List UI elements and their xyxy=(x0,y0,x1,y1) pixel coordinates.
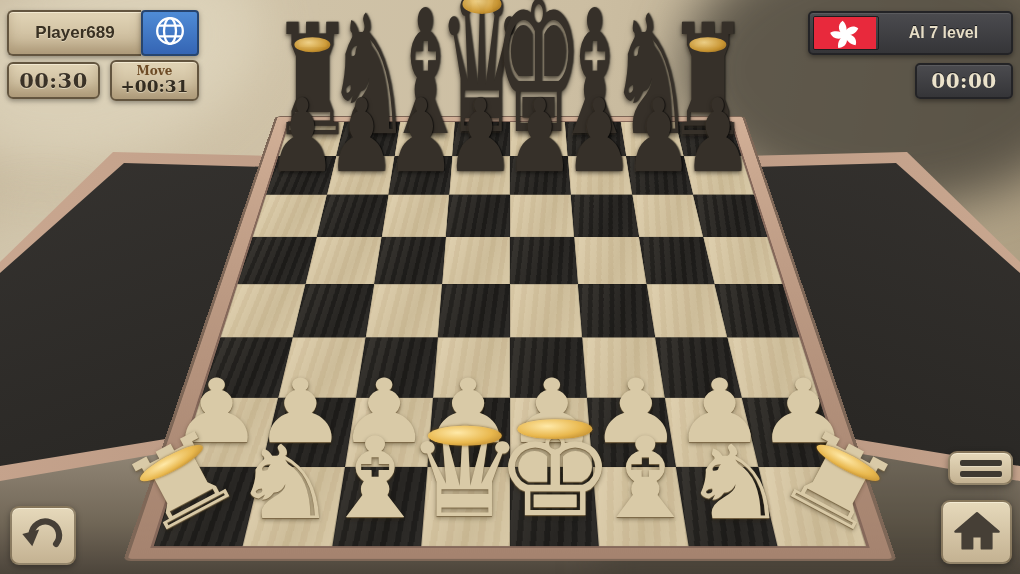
gold-crown xyxy=(518,419,593,439)
gold-crown xyxy=(428,426,502,446)
hong-kong-flag-icon xyxy=(813,16,879,50)
piece-black-pawn-h7[interactable]: ♟ xyxy=(683,108,753,182)
ai-name-box: AI 7 level xyxy=(879,16,1008,50)
gold-crown xyxy=(814,439,884,486)
undo-arrow-icon xyxy=(20,511,66,561)
white-clock-time: 00:30 xyxy=(19,68,88,93)
ai-player-panel: AI 7 level xyxy=(808,11,1013,55)
white-clock: 00:30 xyxy=(7,62,100,99)
player-name-box: Player689 xyxy=(7,10,141,56)
ai-clock: 00:00 xyxy=(915,63,1013,99)
white-player-panel: Player689 xyxy=(7,10,199,56)
globe-icon xyxy=(151,12,189,54)
move-bonus-panel: Move +00:31 xyxy=(110,60,199,101)
gold-crown xyxy=(689,36,726,51)
undo-button[interactable] xyxy=(10,506,76,565)
game-screen: ♜♞♝♛♚♝♞♜♟♟♟♟♟♟♟♟♟♟♟♟♟♟♟♟♜♞♝♛♚♝♞♜ Player6… xyxy=(0,0,1020,574)
move-bonus-value: +00:31 xyxy=(121,78,189,96)
player-name: Player689 xyxy=(35,23,114,43)
draw-menu-button[interactable] xyxy=(948,451,1013,485)
online-globe-button[interactable] xyxy=(141,10,199,56)
equals-bars-icon xyxy=(960,460,1002,477)
home-button[interactable] xyxy=(941,500,1012,564)
home-icon xyxy=(953,506,1001,558)
piece-white-knight-g1[interactable]: ♞ xyxy=(681,419,789,533)
ai-level-label: AI 7 level xyxy=(909,24,978,42)
gold-crown xyxy=(136,439,206,486)
ai-clock-time: 00:00 xyxy=(931,69,997,93)
